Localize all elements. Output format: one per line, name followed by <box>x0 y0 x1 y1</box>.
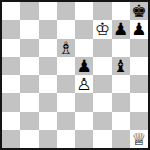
square-b3[interactable] <box>20 93 38 111</box>
square-b7[interactable] <box>20 20 38 38</box>
square-g8[interactable] <box>112 2 130 20</box>
square-c3[interactable] <box>39 93 57 111</box>
square-f8[interactable] <box>93 2 111 20</box>
square-g4[interactable] <box>112 75 130 93</box>
square-d4[interactable] <box>57 75 75 93</box>
square-a8[interactable] <box>2 2 20 20</box>
square-g7[interactable]: ♟ <box>112 20 130 38</box>
square-g6[interactable] <box>112 39 130 57</box>
square-h3[interactable] <box>130 93 148 111</box>
square-f5[interactable] <box>93 57 111 75</box>
square-h1[interactable]: ♕ <box>130 130 148 148</box>
square-d1[interactable] <box>57 130 75 148</box>
square-a5[interactable] <box>2 57 20 75</box>
square-c8[interactable] <box>39 2 57 20</box>
square-g3[interactable] <box>112 93 130 111</box>
square-g2[interactable] <box>112 112 130 130</box>
square-f4[interactable] <box>93 75 111 93</box>
square-b1[interactable] <box>20 130 38 148</box>
square-h5[interactable] <box>130 57 148 75</box>
square-e4[interactable]: ♙ <box>75 75 93 93</box>
square-g1[interactable] <box>112 130 130 148</box>
square-h7[interactable]: ♟ <box>130 20 148 38</box>
black-king-piece: ♚ <box>131 2 146 20</box>
square-d6[interactable]: ♗ <box>57 39 75 57</box>
square-c4[interactable] <box>39 75 57 93</box>
square-f1[interactable] <box>93 130 111 148</box>
white-queen-piece: ♕ <box>131 130 146 148</box>
square-e6[interactable] <box>75 39 93 57</box>
square-c2[interactable] <box>39 112 57 130</box>
square-e1[interactable] <box>75 130 93 148</box>
square-c5[interactable] <box>39 57 57 75</box>
square-b5[interactable] <box>20 57 38 75</box>
white-king-piece: ♔ <box>95 20 110 38</box>
square-a7[interactable] <box>2 20 20 38</box>
square-e2[interactable] <box>75 112 93 130</box>
white-pawn-piece: ♙ <box>77 75 92 93</box>
square-e5[interactable]: ♟ <box>75 57 93 75</box>
square-h4[interactable] <box>130 75 148 93</box>
square-f3[interactable] <box>93 93 111 111</box>
square-h2[interactable] <box>130 112 148 130</box>
square-c6[interactable] <box>39 39 57 57</box>
square-g5[interactable]: ♝ <box>112 57 130 75</box>
square-b4[interactable] <box>20 75 38 93</box>
square-a1[interactable] <box>2 130 20 148</box>
square-d7[interactable] <box>57 20 75 38</box>
black-pawn-piece: ♟ <box>113 20 128 38</box>
square-d8[interactable] <box>57 2 75 20</box>
square-d3[interactable] <box>57 93 75 111</box>
square-c1[interactable] <box>39 130 57 148</box>
square-h6[interactable] <box>130 39 148 57</box>
square-a4[interactable] <box>2 75 20 93</box>
square-b6[interactable] <box>20 39 38 57</box>
square-b8[interactable] <box>20 2 38 20</box>
square-a6[interactable] <box>2 39 20 57</box>
square-c7[interactable] <box>39 20 57 38</box>
square-d5[interactable] <box>57 57 75 75</box>
square-a3[interactable] <box>2 93 20 111</box>
square-f2[interactable] <box>93 112 111 130</box>
white-bishop-piece: ♗ <box>58 39 73 57</box>
square-f6[interactable] <box>93 39 111 57</box>
black-pawn-piece: ♟ <box>77 57 92 75</box>
square-e7[interactable] <box>75 20 93 38</box>
square-b2[interactable] <box>20 112 38 130</box>
square-f7[interactable]: ♔ <box>93 20 111 38</box>
square-h8[interactable]: ♚ <box>130 2 148 20</box>
square-e3[interactable] <box>75 93 93 111</box>
square-e8[interactable] <box>75 2 93 20</box>
square-a2[interactable] <box>2 112 20 130</box>
black-pawn-piece: ♟ <box>131 20 146 38</box>
square-d2[interactable] <box>57 112 75 130</box>
chess-board: ♚♔♟♟♗♟♝♙♕ <box>0 0 150 150</box>
black-bishop-piece: ♝ <box>113 57 128 75</box>
